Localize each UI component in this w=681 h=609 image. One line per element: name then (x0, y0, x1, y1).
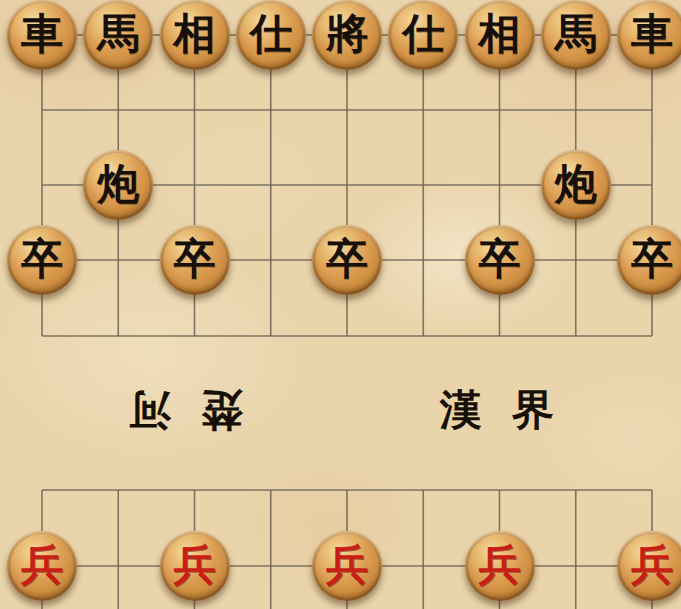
black-advisor-glyph: 仕 (250, 13, 292, 55)
board-point (309, 73, 385, 148)
piece-black-soldier[interactable]: 卒 (465, 225, 535, 295)
board-point (385, 73, 461, 148)
piece-red-soldier[interactable]: 兵 (465, 531, 535, 601)
board-point (461, 148, 537, 223)
red-soldier-glyph: 兵 (479, 544, 521, 586)
board-point (233, 148, 309, 223)
piece-red-soldier[interactable]: 兵 (312, 531, 382, 601)
board-point (4, 298, 80, 413)
board-point (614, 73, 681, 148)
piece-black-horse[interactable]: 馬 (541, 0, 611, 70)
board-points: 車馬相仕將仕相馬車炮炮卒卒卒卒卒兵兵兵兵兵 (4, 0, 681, 604)
board-point (614, 148, 681, 223)
red-soldier-glyph: 兵 (631, 544, 673, 586)
board-point: 兵 (309, 528, 385, 604)
board-point (233, 223, 309, 299)
piece-black-chariot[interactable]: 車 (617, 0, 681, 70)
piece-red-soldier[interactable]: 兵 (160, 531, 230, 601)
black-chariot-glyph: 車 (631, 13, 673, 55)
board-point (385, 528, 461, 604)
board-point (80, 223, 156, 299)
piece-black-cannon[interactable]: 炮 (541, 150, 611, 220)
piece-black-elephant[interactable]: 相 (160, 0, 230, 70)
board-point (614, 413, 681, 528)
board-point (538, 73, 614, 148)
black-horse-glyph: 馬 (97, 13, 139, 55)
board-point (4, 413, 80, 528)
piece-black-soldier[interactable]: 卒 (160, 225, 230, 295)
black-soldier-glyph: 卒 (631, 238, 673, 280)
board-point (4, 73, 80, 148)
piece-black-soldier[interactable]: 卒 (617, 225, 681, 295)
board-point (156, 73, 232, 148)
black-elephant-glyph: 相 (174, 13, 216, 55)
board-point (309, 148, 385, 223)
board-point: 兵 (4, 528, 80, 604)
board-point (309, 413, 385, 528)
board-point: 相 (156, 0, 232, 73)
red-soldier-glyph: 兵 (326, 544, 368, 586)
piece-black-horse[interactable]: 馬 (83, 0, 153, 70)
board-point: 卒 (461, 223, 537, 299)
piece-black-soldier[interactable]: 卒 (312, 225, 382, 295)
piece-black-cannon[interactable]: 炮 (83, 150, 153, 220)
board-point: 仕 (233, 0, 309, 73)
board-point (233, 528, 309, 604)
black-soldier-glyph: 卒 (174, 238, 216, 280)
board-point: 卒 (614, 223, 681, 299)
black-cannon-glyph: 炮 (97, 163, 139, 205)
piece-red-soldier[interactable]: 兵 (617, 531, 681, 601)
board-point: 車 (614, 0, 681, 73)
piece-black-advisor[interactable]: 仕 (388, 0, 458, 70)
board-point: 將 (309, 0, 385, 73)
board-point: 車 (4, 0, 80, 73)
board-point (385, 148, 461, 223)
board-point (80, 528, 156, 604)
black-chariot-glyph: 車 (21, 13, 63, 55)
black-soldier-glyph: 卒 (21, 238, 63, 280)
board-point: 相 (461, 0, 537, 73)
black-advisor-glyph: 仕 (402, 13, 444, 55)
piece-black-elephant[interactable]: 相 (465, 0, 535, 70)
board-point (80, 73, 156, 148)
black-elephant-glyph: 相 (479, 13, 521, 55)
board-point: 馬 (80, 0, 156, 73)
board-point: 炮 (80, 148, 156, 223)
red-soldier-glyph: 兵 (174, 544, 216, 586)
board-point: 卒 (309, 223, 385, 299)
piece-black-general[interactable]: 將 (312, 0, 382, 70)
black-soldier-glyph: 卒 (479, 238, 521, 280)
black-cannon-glyph: 炮 (555, 163, 597, 205)
board-point (614, 298, 681, 413)
piece-black-chariot[interactable]: 車 (7, 0, 77, 70)
board-point (309, 298, 385, 413)
board-point: 仕 (385, 0, 461, 73)
board-point (461, 73, 537, 148)
piece-black-advisor[interactable]: 仕 (236, 0, 306, 70)
board-point (538, 528, 614, 604)
board-point: 兵 (614, 528, 681, 604)
board-point (4, 148, 80, 223)
xiangqi-board: 車馬相仕將仕相馬車炮炮卒卒卒卒卒兵兵兵兵兵 楚河 漢界 (0, 0, 681, 609)
board-point (233, 73, 309, 148)
board-point: 卒 (4, 223, 80, 299)
board-point (538, 223, 614, 299)
board-point: 卒 (156, 223, 232, 299)
board-point: 馬 (538, 0, 614, 73)
red-soldier-glyph: 兵 (21, 544, 63, 586)
board-point: 兵 (461, 528, 537, 604)
board-point (156, 148, 232, 223)
black-general-glyph: 將 (326, 13, 368, 55)
piece-black-soldier[interactable]: 卒 (7, 225, 77, 295)
board-point: 炮 (538, 148, 614, 223)
black-horse-glyph: 馬 (555, 13, 597, 55)
river-label-han-jie: 漢界 (410, 382, 584, 438)
river-label-chu-he: 楚河 (99, 382, 273, 438)
board-point: 兵 (156, 528, 232, 604)
piece-red-soldier[interactable]: 兵 (7, 531, 77, 601)
black-soldier-glyph: 卒 (326, 238, 368, 280)
board-point (385, 223, 461, 299)
